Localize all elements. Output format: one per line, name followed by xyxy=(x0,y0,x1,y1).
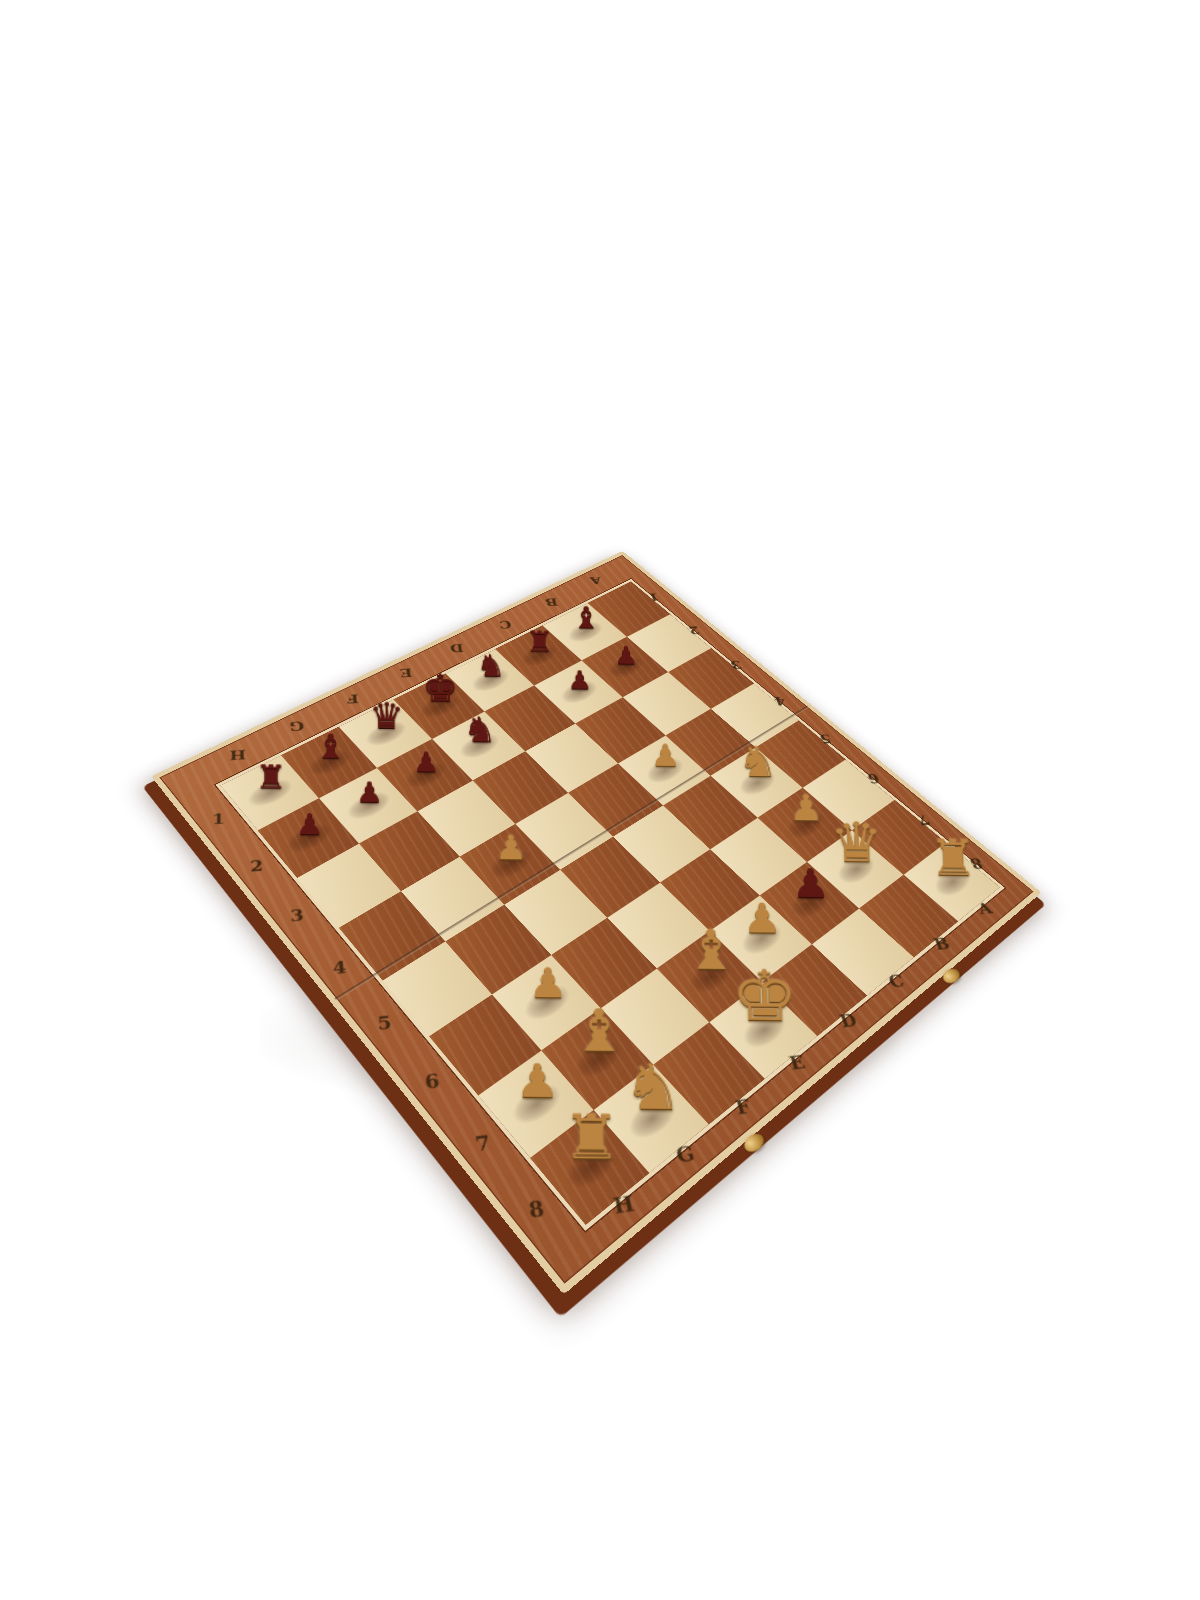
board-frame: ♜♝♛♚♞♜♝♟♟♟♞♟♟♟♟♞♟♟♟♝♝♟♟♛♜♞♚♜ HH11GG22FF3… xyxy=(151,551,1041,1295)
page-background: { "game": "chess", "description": "Woode… xyxy=(0,0,1200,1600)
rank-label-left-6: 6 xyxy=(417,1069,447,1095)
red-knight[interactable]: ♞ xyxy=(447,712,514,748)
gold-queen[interactable]: ♛ xyxy=(822,815,892,871)
file-label-top-A: A xyxy=(585,574,607,586)
rank-label-left-1: 1 xyxy=(206,810,231,829)
rank-label-left-8: 8 xyxy=(520,1195,553,1225)
chess-board: ♜♝♛♚♞♜♝♟♟♟♞♟♟♟♟♞♟♟♟♝♝♟♟♛♜♞♚♜ HH11GG22FF3… xyxy=(151,551,1041,1295)
rank-label-right-4: 4 xyxy=(767,694,792,709)
red-rook[interactable]: ♜ xyxy=(236,761,306,794)
rank-label-right-1: 1 xyxy=(643,591,666,603)
rank-label-left-5: 5 xyxy=(370,1011,399,1035)
file-label-top-B: B xyxy=(540,596,562,609)
gold-knight[interactable]: ♞ xyxy=(725,741,792,784)
gold-king[interactable]: ♚ xyxy=(726,961,805,1032)
file-label-top-G: G xyxy=(285,718,309,734)
gold-pawn[interactable]: ♟ xyxy=(497,1058,580,1105)
red-pawn[interactable]: ♟ xyxy=(392,748,460,776)
rank-label-right-3: 3 xyxy=(724,658,748,672)
file-label-top-E: E xyxy=(395,665,418,680)
file-label-top-C: C xyxy=(494,618,517,631)
gold-rook[interactable]: ♜ xyxy=(549,1106,635,1168)
rank-label-right-2: 2 xyxy=(682,623,705,636)
rank-label-left-2: 2 xyxy=(244,856,270,876)
red-pawn[interactable]: ♟ xyxy=(274,810,346,840)
gold-pawn[interactable]: ♟ xyxy=(633,740,699,771)
square-h8[interactable]: ♜ xyxy=(530,1110,649,1225)
red-pawn[interactable]: ♟ xyxy=(335,778,405,807)
file-label-top-F: F xyxy=(341,691,364,706)
red-pawn[interactable]: ♟ xyxy=(595,643,657,668)
rank-label-left-4: 4 xyxy=(326,957,354,979)
playing-field: ♜♝♛♚♞♜♝♟♟♟♞♟♟♟♟♞♟♟♟♝♝♟♟♛♜♞♚♜ xyxy=(215,579,1004,1231)
rank-label-left-3: 3 xyxy=(284,905,311,926)
red-bishop[interactable]: ♝ xyxy=(297,729,365,763)
gold-pawn[interactable]: ♟ xyxy=(476,831,548,865)
file-label-top-D: D xyxy=(445,641,468,655)
rank-label-left-7: 7 xyxy=(467,1130,498,1157)
red-pawn[interactable]: ♟ xyxy=(548,667,611,693)
